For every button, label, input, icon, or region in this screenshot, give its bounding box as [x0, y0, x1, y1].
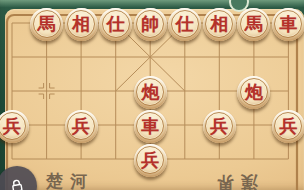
piece-glyph: 炮	[245, 83, 263, 101]
piece-red-soldier[interactable]: 兵	[272, 110, 304, 143]
piece-red-cannon[interactable]: 炮	[237, 76, 270, 109]
river-label-han-jie: 漢界	[202, 171, 266, 190]
piece-red-advisor[interactable]: 仕	[99, 8, 132, 41]
piece-red-general[interactable]: 帥	[134, 8, 167, 41]
piece-glyph: 炮	[141, 83, 159, 101]
piece-red-elephant[interactable]: 相	[65, 8, 98, 41]
piece-glyph: 相	[72, 15, 90, 33]
piece-glyph: 相	[210, 15, 228, 33]
piece-glyph: 馬	[245, 15, 263, 33]
piece-glyph: 車	[279, 15, 297, 33]
piece-red-advisor[interactable]: 仕	[168, 8, 201, 41]
piece-red-soldier[interactable]: 兵	[65, 110, 98, 143]
piece-red-soldier[interactable]: 兵	[0, 110, 29, 143]
piece-red-soldier[interactable]: 兵	[203, 110, 236, 143]
piece-glyph: 車	[141, 117, 159, 135]
lock-icon	[8, 177, 27, 190]
piece-red-elephant[interactable]: 相	[203, 8, 236, 41]
piece-glyph: 仕	[107, 15, 125, 33]
piece-glyph: 兵	[72, 117, 90, 135]
piece-red-cannon[interactable]: 炮	[134, 76, 167, 109]
piece-red-chariot[interactable]: 車	[134, 110, 167, 143]
piece-red-horse[interactable]: 馬	[237, 8, 270, 41]
piece-glyph: 仕	[176, 15, 194, 33]
piece-red-horse[interactable]: 馬	[30, 8, 63, 41]
river-label-chu-he: 楚河	[46, 170, 94, 190]
piece-red-soldier[interactable]: 兵	[134, 144, 167, 177]
piece-glyph: 帥	[141, 15, 159, 33]
piece-glyph: 兵	[141, 151, 159, 169]
piece-glyph: 兵	[210, 117, 228, 135]
piece-glyph: 馬	[38, 15, 56, 33]
xiangqi-app-screen: 楚河 漢界 馬相仕帥仕相馬車炮炮兵兵車兵兵兵	[0, 0, 304, 190]
piece-red-chariot[interactable]: 車	[272, 8, 304, 41]
piece-glyph: 兵	[279, 117, 297, 135]
piece-glyph: 兵	[3, 117, 21, 135]
